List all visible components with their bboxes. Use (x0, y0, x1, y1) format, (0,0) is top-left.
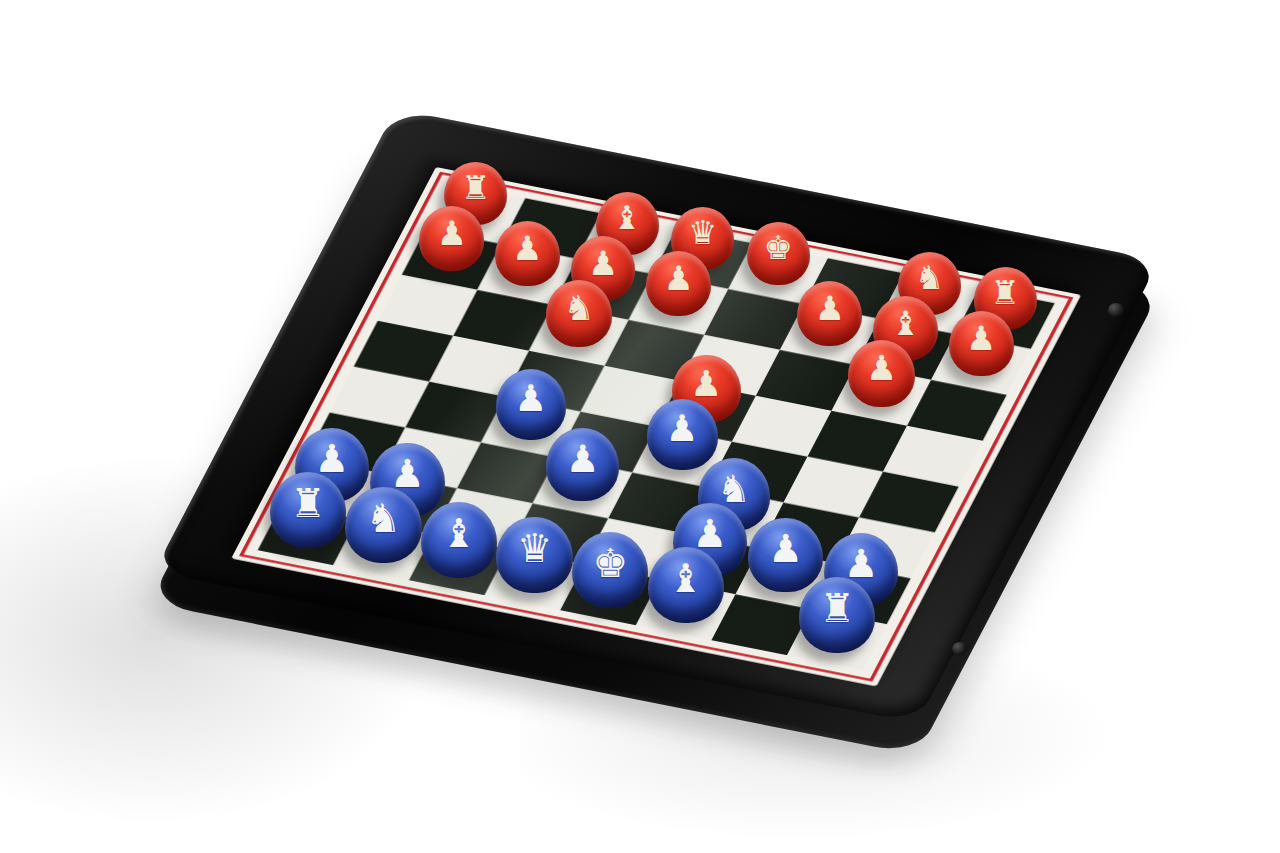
tray-latch-pin (1108, 303, 1124, 317)
tray-latch-pin (952, 642, 967, 655)
photo-scene: ♜♝♛♚♞♜♟♟♟♟♟♝♟♞♟♟♟♟♟♞♟♟♟♟♟♜♞♝♛♚♝♜ (0, 0, 1280, 853)
